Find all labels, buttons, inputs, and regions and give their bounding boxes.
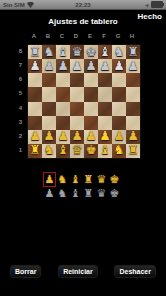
square-e4[interactable]	[84, 102, 98, 116]
black-pawn-piece: ♟	[85, 59, 96, 73]
square-f8[interactable]: ♝	[98, 45, 112, 59]
square-f5[interactable]	[98, 87, 112, 101]
queen-icon: ♛	[97, 187, 107, 200]
rank-label-6: 6	[16, 72, 25, 86]
square-c7[interactable]: ♟	[56, 59, 70, 73]
square-d5[interactable]	[70, 87, 84, 101]
battery-icon	[151, 1, 163, 8]
knight-icon: ♞	[58, 187, 68, 200]
tray-black-queen[interactable]: ♛	[95, 186, 108, 200]
rank-label-5: 5	[16, 86, 25, 100]
square-b1[interactable]: ♞	[42, 144, 56, 158]
clock: 22:23	[0, 2, 166, 8]
reset-button[interactable]: Reiniciar	[58, 265, 98, 278]
bishop-icon: ♝	[71, 187, 81, 200]
tray-white-king[interactable]: ♚	[108, 172, 121, 187]
square-b4[interactable]	[42, 102, 56, 116]
white-pawn-piece: ♟	[43, 129, 54, 143]
white-rook-piece: ♜	[127, 143, 138, 157]
square-b8[interactable]: ♞	[42, 45, 56, 59]
black-rook-piece: ♜	[29, 45, 40, 59]
black-pawn-piece: ♟	[127, 59, 138, 73]
white-king-piece: ♚	[85, 143, 96, 157]
tray-white-pawn[interactable]: ♟	[43, 172, 56, 187]
square-g5[interactable]	[112, 87, 126, 101]
white-pawn-piece: ♟	[99, 129, 110, 143]
tray-white-bishop[interactable]: ♝	[69, 172, 82, 187]
square-e6[interactable]	[84, 73, 98, 87]
black-bishop-piece: ♝	[57, 45, 68, 59]
clear-button[interactable]: Borrar	[10, 265, 41, 278]
rank-label-4: 4	[16, 101, 25, 115]
square-c5[interactable]	[56, 87, 70, 101]
undo-button[interactable]: Deshacer	[114, 265, 156, 278]
square-h1[interactable]: ♜	[126, 144, 140, 158]
black-pawn-piece: ♟	[113, 59, 124, 73]
white-knight-piece: ♞	[113, 143, 124, 157]
square-b5[interactable]	[42, 87, 56, 101]
white-pawn-piece: ♟	[57, 129, 68, 143]
tray-black-rook[interactable]: ♜	[82, 186, 95, 200]
black-pawn-piece: ♟	[99, 59, 110, 73]
rank-label-1: 1	[16, 143, 25, 157]
square-g4[interactable]	[112, 102, 126, 116]
white-knight-piece: ♞	[43, 143, 54, 157]
rook-icon: ♜	[84, 173, 94, 186]
tray-black-pawn[interactable]: ♟	[43, 186, 56, 200]
tray-black-king[interactable]: ♚	[108, 186, 121, 200]
file-label-H: H	[125, 32, 139, 40]
square-a7[interactable]: ♟	[28, 59, 42, 73]
file-label-E: E	[83, 32, 97, 40]
rank-labels: 87654321	[16, 44, 25, 157]
square-e5[interactable]	[84, 87, 98, 101]
square-g6[interactable]	[112, 73, 126, 87]
rank-label-8: 8	[16, 44, 25, 58]
square-a4[interactable]	[28, 102, 42, 116]
tray-white-rook[interactable]: ♜	[82, 172, 95, 187]
black-pawn-piece: ♟	[71, 59, 82, 73]
file-label-D: D	[69, 32, 83, 40]
navbar: Hecho Ajustes de tablero	[0, 11, 166, 32]
white-pawn-piece: ♟	[71, 129, 82, 143]
square-c1[interactable]: ♝	[56, 144, 70, 158]
square-h4[interactable]	[126, 102, 140, 116]
knight-icon: ♞	[58, 173, 68, 186]
black-knight-piece: ♞	[43, 45, 54, 59]
black-pawn-piece: ♟	[43, 59, 54, 73]
tray-row-white: ♟♞♝♜♛♚	[43, 172, 121, 186]
king-icon: ♚	[110, 187, 120, 200]
square-f1[interactable]: ♝	[98, 144, 112, 158]
black-queen-piece: ♛	[71, 45, 82, 59]
king-icon: ♚	[110, 173, 120, 186]
file-label-A: A	[27, 32, 41, 40]
white-pawn-piece: ♟	[29, 129, 40, 143]
square-c4[interactable]	[56, 102, 70, 116]
square-b6[interactable]	[42, 73, 56, 87]
square-f4[interactable]	[98, 102, 112, 116]
square-d4[interactable]	[70, 102, 84, 116]
tray-white-queen[interactable]: ♛	[95, 172, 108, 187]
file-label-F: F	[97, 32, 111, 40]
tray-row-black: ♟♞♝♜♛♚	[43, 186, 121, 200]
black-knight-piece: ♞	[113, 45, 124, 59]
file-label-B: B	[41, 32, 55, 40]
square-d6[interactable]	[70, 73, 84, 87]
square-d7[interactable]: ♟	[70, 59, 84, 73]
rank-label-2: 2	[16, 129, 25, 143]
square-e8[interactable]: ♚	[84, 45, 98, 59]
square-d1[interactable]: ♛	[70, 144, 84, 158]
tray-white-knight[interactable]: ♞	[56, 172, 69, 187]
square-f7[interactable]: ♟	[98, 59, 112, 73]
white-rook-piece: ♜	[29, 143, 40, 157]
white-pawn-piece: ♟	[127, 129, 138, 143]
square-g7[interactable]: ♟	[112, 59, 126, 73]
file-label-G: G	[111, 32, 125, 40]
white-pawn-piece: ♟	[113, 129, 124, 143]
status-bar: Sin SIM 22:23 ➤	[0, 0, 166, 10]
file-labels: ABCDEFGH	[27, 32, 139, 40]
pawn-icon: ♟	[45, 173, 55, 186]
square-h6[interactable]	[126, 73, 140, 87]
square-a5[interactable]	[28, 87, 42, 101]
square-f6[interactable]	[98, 73, 112, 87]
bottom-toolbar: Borrar Reiniciar Deshacer	[0, 260, 166, 282]
page-title: Ajustes de tablero	[0, 17, 166, 26]
piece-tray: ♟♞♝♜♛♚ ♟♞♝♜♛♚	[43, 172, 121, 200]
square-h7[interactable]: ♟	[126, 59, 140, 73]
square-b7[interactable]: ♟	[42, 59, 56, 73]
rank-label-7: 7	[16, 58, 25, 72]
square-c6[interactable]	[56, 73, 70, 87]
square-h8[interactable]: ♜	[126, 45, 140, 59]
black-king-piece: ♚	[85, 45, 96, 59]
square-a8[interactable]: ♜	[28, 45, 42, 59]
square-a6[interactable]	[28, 73, 42, 87]
pawn-icon: ♟	[45, 187, 55, 200]
rook-icon: ♜	[84, 187, 94, 200]
square-h5[interactable]	[126, 87, 140, 101]
square-g8[interactable]: ♞	[112, 45, 126, 59]
square-e7[interactable]: ♟	[84, 59, 98, 73]
tray-black-bishop[interactable]: ♝	[69, 186, 82, 200]
tray-black-knight[interactable]: ♞	[56, 186, 69, 200]
black-rook-piece: ♜	[127, 45, 138, 59]
white-queen-piece: ♛	[71, 143, 82, 157]
black-pawn-piece: ♟	[57, 59, 68, 73]
queen-icon: ♛	[97, 173, 107, 186]
file-label-C: C	[55, 32, 69, 40]
square-c8[interactable]: ♝	[56, 45, 70, 59]
square-g1[interactable]: ♞	[112, 144, 126, 158]
white-bishop-piece: ♝	[99, 143, 110, 157]
white-bishop-piece: ♝	[57, 143, 68, 157]
rank-label-3: 3	[16, 115, 25, 129]
black-pawn-piece: ♟	[29, 59, 40, 73]
chess-board: ♜♞♝♛♚♝♞♜♟♟♟♟♟♟♟♟♟♟♟♟♟♟♟♟♜♞♝♛♚♝♞♜	[27, 44, 141, 159]
square-e1[interactable]: ♚	[84, 144, 98, 158]
square-a1[interactable]: ♜	[28, 144, 42, 158]
bishop-icon: ♝	[71, 173, 81, 186]
white-pawn-piece: ♟	[85, 129, 96, 143]
black-bishop-piece: ♝	[99, 45, 110, 59]
square-d8[interactable]: ♛	[70, 45, 84, 59]
